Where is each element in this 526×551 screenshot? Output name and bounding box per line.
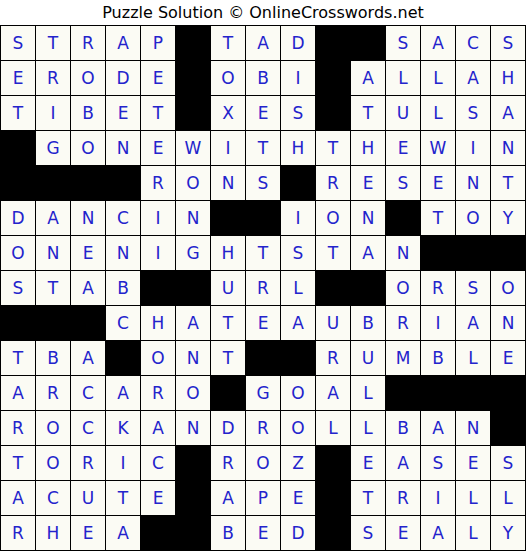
block-cell (315, 95, 350, 130)
letter-cell: H (490, 60, 525, 95)
letter-cell: Y (490, 515, 525, 550)
letter-cell: O (455, 200, 490, 235)
block-cell (315, 270, 350, 305)
letter-cell: A (70, 340, 105, 375)
block-cell (490, 410, 525, 445)
letter-cell: D (105, 60, 140, 95)
letter-cell: O (175, 375, 210, 410)
letter-cell: N (175, 410, 210, 445)
letter-cell: A (175, 305, 210, 340)
block-cell (35, 305, 70, 340)
block-cell (420, 375, 455, 410)
letter-cell: O (70, 130, 105, 165)
letter-cell: N (210, 165, 245, 200)
block-cell (140, 270, 175, 305)
letter-cell: O (315, 200, 350, 235)
block-cell (350, 270, 385, 305)
letter-cell: O (385, 270, 420, 305)
letter-cell: A (385, 445, 420, 480)
letter-cell: S (280, 95, 315, 130)
letter-cell: N (175, 340, 210, 375)
letter-cell: R (70, 445, 105, 480)
letter-cell: N (455, 165, 490, 200)
block-cell (490, 235, 525, 270)
letter-cell: C (70, 375, 105, 410)
letter-cell: G (245, 375, 280, 410)
letter-cell: U (350, 340, 385, 375)
block-cell (140, 515, 175, 550)
letter-cell: S (280, 235, 315, 270)
block-cell (315, 25, 350, 60)
letter-cell: E (245, 305, 280, 340)
letter-cell: B (245, 60, 280, 95)
letter-cell: E (140, 60, 175, 95)
letter-cell: R (315, 340, 350, 375)
block-cell (385, 375, 420, 410)
letter-cell: A (420, 25, 455, 60)
letter-cell: U (315, 305, 350, 340)
letter-cell: R (315, 165, 350, 200)
block-cell (210, 375, 245, 410)
letter-cell: A (105, 375, 140, 410)
letter-cell: A (420, 515, 455, 550)
letter-cell: T (210, 25, 245, 60)
letter-cell: I (140, 200, 175, 235)
letter-cell: B (35, 340, 70, 375)
block-cell (0, 130, 35, 165)
letter-cell: A (0, 480, 35, 515)
letter-cell: P (245, 480, 280, 515)
letter-cell: G (35, 130, 70, 165)
block-cell (455, 375, 490, 410)
letter-cell: H (350, 130, 385, 165)
letter-cell: O (490, 270, 525, 305)
letter-cell: E (140, 480, 175, 515)
letter-cell: N (70, 200, 105, 235)
letter-cell: E (70, 515, 105, 550)
letter-cell: R (420, 270, 455, 305)
letter-cell: A (0, 375, 35, 410)
letter-cell: B (420, 340, 455, 375)
crossword-solution-page: Puzzle Solution © OnlineCrosswords.net S… (0, 0, 526, 551)
letter-cell: T (245, 130, 280, 165)
block-cell (245, 340, 280, 375)
letter-cell: I (105, 445, 140, 480)
letter-cell: L (350, 375, 385, 410)
block-cell (175, 445, 210, 480)
letter-cell: N (490, 130, 525, 165)
letter-cell: L (420, 60, 455, 95)
letter-cell: N (105, 235, 140, 270)
letter-cell: T (35, 270, 70, 305)
letter-cell: D (210, 410, 245, 445)
letter-cell: C (105, 305, 140, 340)
letter-cell: B (210, 515, 245, 550)
letter-cell: S (455, 95, 490, 130)
letter-cell: E (350, 165, 385, 200)
letter-cell: S (385, 165, 420, 200)
letter-cell: D (280, 515, 315, 550)
page-title: Puzzle Solution © OnlineCrosswords.net (0, 0, 526, 25)
letter-cell: E (105, 95, 140, 130)
letter-cell: R (245, 270, 280, 305)
letter-cell: L (455, 340, 490, 375)
letter-cell: R (0, 515, 35, 550)
letter-cell: N (35, 235, 70, 270)
letter-cell: R (385, 305, 420, 340)
letter-cell: L (315, 410, 350, 445)
letter-cell: A (420, 410, 455, 445)
letter-cell: O (280, 410, 315, 445)
letter-cell: S (420, 445, 455, 480)
letter-cell: C (140, 445, 175, 480)
letter-cell: W (175, 130, 210, 165)
letter-cell: I (420, 305, 455, 340)
letter-cell: R (70, 25, 105, 60)
letter-cell: S (490, 25, 525, 60)
block-cell (35, 165, 70, 200)
letter-cell: B (350, 305, 385, 340)
letter-cell: A (455, 305, 490, 340)
letter-cell: S (455, 270, 490, 305)
letter-cell: E (385, 130, 420, 165)
letter-cell: H (35, 515, 70, 550)
letter-cell: N (455, 410, 490, 445)
letter-cell: H (210, 235, 245, 270)
letter-cell: S (0, 270, 35, 305)
letter-cell: N (350, 200, 385, 235)
letter-cell: O (140, 340, 175, 375)
block-cell (350, 25, 385, 60)
letter-cell: E (385, 515, 420, 550)
block-cell (385, 200, 420, 235)
letter-cell: B (105, 270, 140, 305)
letter-cell: L (455, 515, 490, 550)
letter-cell: P (140, 25, 175, 60)
letter-cell: O (245, 445, 280, 480)
block-cell (315, 515, 350, 550)
block-cell (175, 480, 210, 515)
letter-cell: C (105, 200, 140, 235)
letter-cell: E (490, 340, 525, 375)
letter-cell: R (210, 445, 245, 480)
letter-cell: E (0, 60, 35, 95)
letter-cell: G (175, 235, 210, 270)
letter-cell: T (490, 165, 525, 200)
letter-cell: R (0, 410, 35, 445)
block-cell (175, 60, 210, 95)
letter-cell: W (420, 130, 455, 165)
block-cell (245, 200, 280, 235)
letter-cell: N (105, 130, 140, 165)
letter-cell: N (175, 200, 210, 235)
letter-cell: B (385, 410, 420, 445)
letter-cell: U (210, 270, 245, 305)
block-cell (490, 375, 525, 410)
letter-cell: Y (490, 200, 525, 235)
letter-cell: E (455, 445, 490, 480)
letter-cell: L (420, 95, 455, 130)
letter-cell: T (35, 25, 70, 60)
letter-cell: A (35, 200, 70, 235)
letter-cell: T (0, 445, 35, 480)
letter-cell: H (280, 130, 315, 165)
block-cell (280, 340, 315, 375)
crossword-grid: STRAPTADSACSERODEOBIALLAHTIBETXESTULSAGO… (0, 25, 526, 551)
letter-cell: T (315, 130, 350, 165)
letter-cell: T (210, 305, 245, 340)
letter-cell: O (35, 410, 70, 445)
letter-cell: A (490, 95, 525, 130)
letter-cell: E (245, 95, 280, 130)
block-cell (210, 200, 245, 235)
block-cell (0, 305, 35, 340)
letter-cell: L (455, 480, 490, 515)
letter-cell: L (385, 60, 420, 95)
letter-cell: I (140, 235, 175, 270)
block-cell (420, 235, 455, 270)
letter-cell: E (420, 165, 455, 200)
letter-cell: C (35, 480, 70, 515)
letter-cell: S (0, 25, 35, 60)
letter-cell: B (70, 95, 105, 130)
letter-cell: A (350, 235, 385, 270)
block-cell (105, 340, 140, 375)
letter-cell: R (35, 375, 70, 410)
letter-cell: T (0, 340, 35, 375)
letter-cell: O (35, 445, 70, 480)
block-cell (315, 445, 350, 480)
letter-cell: I (210, 130, 245, 165)
letter-cell: T (350, 480, 385, 515)
letter-cell: S (490, 445, 525, 480)
letter-cell: A (245, 25, 280, 60)
letter-cell: T (245, 235, 280, 270)
letter-cell: Z (280, 445, 315, 480)
letter-cell: A (105, 515, 140, 550)
letter-cell: T (0, 95, 35, 130)
block-cell (175, 270, 210, 305)
letter-cell: A (140, 410, 175, 445)
block-cell (70, 165, 105, 200)
block-cell (175, 95, 210, 130)
letter-cell: C (70, 410, 105, 445)
letter-cell: E (350, 445, 385, 480)
letter-cell: I (455, 130, 490, 165)
letter-cell: K (105, 410, 140, 445)
block-cell (175, 25, 210, 60)
block-cell (70, 305, 105, 340)
letter-cell: A (350, 60, 385, 95)
block-cell (175, 515, 210, 550)
letter-cell: T (105, 480, 140, 515)
letter-cell: R (35, 60, 70, 95)
letter-cell: C (455, 25, 490, 60)
letter-cell: O (210, 60, 245, 95)
letter-cell: N (385, 235, 420, 270)
letter-cell: T (140, 95, 175, 130)
letter-cell: S (350, 515, 385, 550)
block-cell (280, 165, 315, 200)
letter-cell: L (280, 270, 315, 305)
letter-cell: L (490, 480, 525, 515)
block-cell (105, 165, 140, 200)
letter-cell: A (315, 375, 350, 410)
block-cell (0, 165, 35, 200)
letter-cell: R (385, 480, 420, 515)
letter-cell: S (385, 25, 420, 60)
letter-cell: L (350, 410, 385, 445)
letter-cell: I (420, 480, 455, 515)
letter-cell: O (175, 165, 210, 200)
letter-cell: E (140, 130, 175, 165)
letter-cell: I (280, 60, 315, 95)
letter-cell: E (70, 235, 105, 270)
letter-cell: R (140, 375, 175, 410)
letter-cell: T (210, 340, 245, 375)
letter-cell: E (245, 515, 280, 550)
letter-cell: A (280, 305, 315, 340)
block-cell (315, 60, 350, 95)
letter-cell: M (385, 340, 420, 375)
letter-cell: A (105, 25, 140, 60)
letter-cell: T (350, 95, 385, 130)
letter-cell: X (210, 95, 245, 130)
block-cell (315, 480, 350, 515)
letter-cell: D (0, 200, 35, 235)
letter-cell: A (210, 480, 245, 515)
letter-cell: E (280, 480, 315, 515)
letter-cell: I (280, 200, 315, 235)
letter-cell: A (455, 60, 490, 95)
letter-cell: A (70, 270, 105, 305)
letter-cell: D (280, 25, 315, 60)
letter-cell: O (70, 60, 105, 95)
letter-cell: U (385, 95, 420, 130)
letter-cell: R (245, 410, 280, 445)
letter-cell: R (140, 165, 175, 200)
letter-cell: T (420, 200, 455, 235)
letter-cell: N (490, 305, 525, 340)
letter-cell: S (245, 165, 280, 200)
letter-cell: O (280, 375, 315, 410)
block-cell (455, 235, 490, 270)
letter-cell: O (0, 235, 35, 270)
letter-cell: U (70, 480, 105, 515)
letter-cell: T (315, 235, 350, 270)
letter-cell: H (140, 305, 175, 340)
letter-cell: I (35, 95, 70, 130)
